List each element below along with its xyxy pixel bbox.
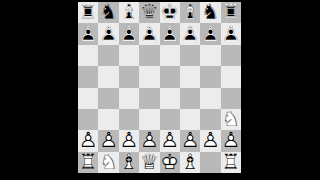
white-pawn: ♟ <box>221 130 241 151</box>
black-pawn: ♟ <box>200 23 220 44</box>
square-d7[interactable]: ♟♙ <box>139 23 159 44</box>
white-pawn-detail: ♙ <box>78 130 98 151</box>
square-e5[interactable] <box>160 66 180 87</box>
black-pawn: ♟ <box>221 23 241 44</box>
square-d3[interactable] <box>139 109 159 130</box>
black-pawn: ♟ <box>160 23 180 44</box>
square-h2[interactable]: ♟♙ <box>221 130 241 151</box>
square-c8[interactable]: ♝♗ <box>119 2 139 23</box>
square-c5[interactable] <box>119 66 139 87</box>
white-knight: ♞ <box>221 109 241 130</box>
square-h6[interactable] <box>221 45 241 66</box>
white-bishop-detail: ♗ <box>180 152 200 173</box>
white-pawn-detail: ♙ <box>139 130 159 151</box>
white-knight-detail: ♘ <box>98 152 118 173</box>
square-b4[interactable] <box>98 88 118 109</box>
square-a6[interactable] <box>78 45 98 66</box>
square-g2[interactable]: ♟♙ <box>200 130 220 151</box>
square-d4[interactable] <box>139 88 159 109</box>
square-d5[interactable] <box>139 66 159 87</box>
black-pawn-detail: ♙ <box>200 23 220 44</box>
square-e8[interactable]: ♚♔ <box>160 2 180 23</box>
square-a1[interactable]: ♜♖ <box>78 152 98 173</box>
black-pawn-detail: ♙ <box>119 23 139 44</box>
square-b3[interactable] <box>98 109 118 130</box>
black-rook: ♜ <box>78 2 98 23</box>
square-g1[interactable] <box>200 152 220 173</box>
black-knight-detail: ♘ <box>98 2 118 23</box>
black-bishop: ♝ <box>119 2 139 23</box>
white-king-detail: ♔ <box>160 152 180 173</box>
black-pawn-detail: ♙ <box>221 23 241 44</box>
square-c7[interactable]: ♟♙ <box>119 23 139 44</box>
white-pawn-detail: ♙ <box>119 130 139 151</box>
square-f6[interactable] <box>180 45 200 66</box>
square-e2[interactable]: ♟♙ <box>160 130 180 151</box>
square-e6[interactable] <box>160 45 180 66</box>
square-c1[interactable]: ♝♗ <box>119 152 139 173</box>
black-rook: ♜ <box>221 2 241 23</box>
black-knight: ♞ <box>98 2 118 23</box>
square-h3[interactable]: ♞♘ <box>221 109 241 130</box>
square-g3[interactable] <box>200 109 220 130</box>
square-h8[interactable]: ♜♖ <box>221 2 241 23</box>
square-a4[interactable] <box>78 88 98 109</box>
white-queen: ♛ <box>139 152 159 173</box>
square-a2[interactable]: ♟♙ <box>78 130 98 151</box>
white-pawn: ♟ <box>200 130 220 151</box>
square-c2[interactable]: ♟♙ <box>119 130 139 151</box>
black-rook-detail: ♖ <box>78 2 98 23</box>
black-pawn: ♟ <box>139 23 159 44</box>
square-g6[interactable] <box>200 45 220 66</box>
square-e4[interactable] <box>160 88 180 109</box>
black-pawn: ♟ <box>78 23 98 44</box>
black-queen: ♛ <box>139 2 159 23</box>
square-g5[interactable] <box>200 66 220 87</box>
square-e7[interactable]: ♟♙ <box>160 23 180 44</box>
square-h5[interactable] <box>221 66 241 87</box>
square-a3[interactable] <box>78 109 98 130</box>
black-pawn: ♟ <box>180 23 200 44</box>
square-a5[interactable] <box>78 66 98 87</box>
white-bishop: ♝ <box>119 152 139 173</box>
black-pawn-detail: ♙ <box>180 23 200 44</box>
square-c6[interactable] <box>119 45 139 66</box>
white-knight: ♞ <box>98 152 118 173</box>
white-pawn-detail: ♙ <box>221 130 241 151</box>
square-h4[interactable] <box>221 88 241 109</box>
square-b8[interactable]: ♞♘ <box>98 2 118 23</box>
white-rook-detail: ♖ <box>78 152 98 173</box>
square-d6[interactable] <box>139 45 159 66</box>
square-f5[interactable] <box>180 66 200 87</box>
square-d8[interactable]: ♛♕ <box>139 2 159 23</box>
square-d2[interactable]: ♟♙ <box>139 130 159 151</box>
white-pawn-detail: ♙ <box>180 130 200 151</box>
square-f4[interactable] <box>180 88 200 109</box>
square-h1[interactable]: ♜♖ <box>221 152 241 173</box>
black-bishop-detail: ♗ <box>119 2 139 23</box>
square-e1[interactable]: ♚♔ <box>160 152 180 173</box>
square-a7[interactable]: ♟♙ <box>78 23 98 44</box>
black-king-detail: ♔ <box>160 2 180 23</box>
square-f8[interactable]: ♝♗ <box>180 2 200 23</box>
square-b2[interactable]: ♟♙ <box>98 130 118 151</box>
square-h7[interactable]: ♟♙ <box>221 23 241 44</box>
square-b6[interactable] <box>98 45 118 66</box>
white-pawn-detail: ♙ <box>200 130 220 151</box>
square-f2[interactable]: ♟♙ <box>180 130 200 151</box>
white-rook: ♜ <box>221 152 241 173</box>
square-c3[interactable] <box>119 109 139 130</box>
square-b1[interactable]: ♞♘ <box>98 152 118 173</box>
square-a8[interactable]: ♜♖ <box>78 2 98 23</box>
square-f7[interactable]: ♟♙ <box>180 23 200 44</box>
white-pawn: ♟ <box>78 130 98 151</box>
square-e3[interactable] <box>160 109 180 130</box>
square-d1[interactable]: ♛♕ <box>139 152 159 173</box>
black-pawn-detail: ♙ <box>160 23 180 44</box>
square-g8[interactable]: ♞♘ <box>200 2 220 23</box>
white-pawn: ♟ <box>119 130 139 151</box>
white-pawn: ♟ <box>160 130 180 151</box>
black-bishop-detail: ♗ <box>180 2 200 23</box>
white-bishop: ♝ <box>180 152 200 173</box>
black-bishop: ♝ <box>180 2 200 23</box>
white-pawn: ♟ <box>180 130 200 151</box>
square-g7[interactable]: ♟♙ <box>200 23 220 44</box>
white-rook: ♜ <box>78 152 98 173</box>
black-pawn-detail: ♙ <box>98 23 118 44</box>
black-pawn: ♟ <box>98 23 118 44</box>
black-knight-detail: ♘ <box>200 2 220 23</box>
black-queen-detail: ♕ <box>139 2 159 23</box>
black-pawn-detail: ♙ <box>139 23 159 44</box>
black-knight: ♞ <box>200 2 220 23</box>
black-rook-detail: ♖ <box>221 2 241 23</box>
white-bishop-detail: ♗ <box>119 152 139 173</box>
white-rook-detail: ♖ <box>221 152 241 173</box>
white-knight-detail: ♘ <box>221 109 241 130</box>
black-king: ♚ <box>160 2 180 23</box>
square-b7[interactable]: ♟♙ <box>98 23 118 44</box>
square-c4[interactable] <box>119 88 139 109</box>
square-f3[interactable] <box>180 109 200 130</box>
white-king: ♚ <box>160 152 180 173</box>
square-g4[interactable] <box>200 88 220 109</box>
white-queen-detail: ♕ <box>139 152 159 173</box>
square-f1[interactable]: ♝♗ <box>180 152 200 173</box>
white-pawn: ♟ <box>139 130 159 151</box>
black-pawn-detail: ♙ <box>78 23 98 44</box>
white-pawn-detail: ♙ <box>160 130 180 151</box>
white-pawn-detail: ♙ <box>98 130 118 151</box>
chess-board: ♜♖♞♘♝♗♛♕♚♔♝♗♞♘♜♖♟♙♟♙♟♙♟♙♟♙♟♙♟♙♟♙♞♘♟♙♟♙♟♙… <box>78 2 241 173</box>
square-b5[interactable] <box>98 66 118 87</box>
white-pawn: ♟ <box>98 130 118 151</box>
chess-app-screen: ♜♖♞♘♝♗♛♕♚♔♝♗♞♘♜♖♟♙♟♙♟♙♟♙♟♙♟♙♟♙♟♙♞♘♟♙♟♙♟♙… <box>0 0 320 180</box>
black-pawn: ♟ <box>119 23 139 44</box>
